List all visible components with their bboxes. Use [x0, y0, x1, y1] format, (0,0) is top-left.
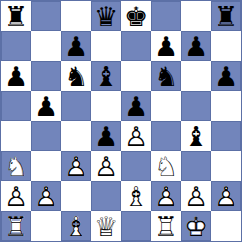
square-g5[interactable] — [181, 91, 211, 121]
square-h7[interactable] — [211, 31, 241, 61]
square-f6[interactable]: ♞ — [151, 61, 181, 91]
square-a2[interactable]: ♟♙ — [1, 181, 31, 211]
black-rook-piece[interactable]: ♜ — [211, 1, 241, 31]
piece-fill: ♛ — [91, 211, 121, 241]
piece-fill: ♟ — [31, 181, 61, 211]
square-f2[interactable]: ♟♙ — [151, 181, 181, 211]
white-pawn-piece[interactable]: ♟♙ — [31, 181, 61, 211]
white-pawn-piece[interactable]: ♟♙ — [91, 151, 121, 181]
white-pawn-piece[interactable]: ♟♙ — [151, 181, 181, 211]
black-pawn-piece[interactable]: ♟ — [91, 121, 121, 151]
piece-glyph: ♚ — [121, 1, 151, 31]
black-king-piece[interactable]: ♚ — [121, 1, 151, 31]
piece-outline: ♙ — [151, 181, 181, 211]
black-knight-piece[interactable]: ♞ — [151, 61, 181, 91]
square-d5[interactable] — [91, 91, 121, 121]
piece-glyph: ♟ — [151, 31, 181, 61]
square-c5[interactable] — [61, 91, 91, 121]
white-knight-piece[interactable]: ♞♘ — [151, 151, 181, 181]
piece-fill: ♟ — [61, 151, 91, 181]
piece-outline: ♙ — [121, 121, 151, 151]
black-pawn-piece[interactable]: ♟ — [31, 91, 61, 121]
square-g4[interactable]: ♝ — [181, 121, 211, 151]
square-c4[interactable] — [61, 121, 91, 151]
piece-fill: ♟ — [151, 181, 181, 211]
square-a1[interactable]: ♜♖ — [1, 211, 31, 241]
white-queen-piece[interactable]: ♛♕ — [91, 211, 121, 241]
piece-glyph: ♝ — [91, 61, 121, 91]
square-h1[interactable] — [211, 211, 241, 241]
piece-outline: ♔ — [181, 211, 211, 241]
piece-fill: ♞ — [151, 151, 181, 181]
piece-glyph: ♜ — [211, 1, 241, 31]
piece-outline: ♗ — [61, 211, 91, 241]
piece-glyph: ♜ — [1, 1, 31, 31]
square-g1[interactable]: ♚♔ — [181, 211, 211, 241]
square-b5[interactable]: ♟ — [31, 91, 61, 121]
white-bishop-piece[interactable]: ♝♗ — [121, 181, 151, 211]
square-a3[interactable]: ♞♘ — [1, 151, 31, 181]
piece-outline: ♘ — [151, 151, 181, 181]
square-d6[interactable]: ♝ — [91, 61, 121, 91]
piece-fill: ♟ — [181, 181, 211, 211]
square-h6[interactable]: ♟ — [211, 61, 241, 91]
white-pawn-piece[interactable]: ♟♙ — [181, 181, 211, 211]
square-e4[interactable]: ♟♙ — [121, 121, 151, 151]
white-king-piece[interactable]: ♚♔ — [181, 211, 211, 241]
piece-outline: ♙ — [61, 151, 91, 181]
piece-glyph: ♟ — [91, 121, 121, 151]
black-pawn-piece[interactable]: ♟ — [151, 31, 181, 61]
piece-outline: ♘ — [1, 151, 31, 181]
white-pawn-piece[interactable]: ♟♙ — [121, 121, 151, 151]
white-rook-piece[interactable]: ♜♖ — [151, 211, 181, 241]
white-knight-piece[interactable]: ♞♘ — [1, 151, 31, 181]
square-c7[interactable]: ♟ — [61, 31, 91, 61]
square-e7[interactable] — [121, 31, 151, 61]
chess-board: ♜♛♚♜♟♟♟♟♞♝♞♟♟♟♟♟♙♝♞♘♟♙♟♙♞♘♟♙♟♙♝♗♟♙♟♙♟♙♜♖… — [0, 0, 242, 242]
square-a8[interactable]: ♜ — [1, 1, 31, 31]
piece-glyph: ♞ — [61, 61, 91, 91]
piece-glyph: ♛ — [91, 1, 121, 31]
square-c6[interactable]: ♞ — [61, 61, 91, 91]
square-h3[interactable] — [211, 151, 241, 181]
square-a5[interactable] — [1, 91, 31, 121]
square-d4[interactable]: ♟ — [91, 121, 121, 151]
square-a6[interactable]: ♟ — [1, 61, 31, 91]
piece-outline: ♖ — [1, 211, 31, 241]
square-f8[interactable] — [151, 1, 181, 31]
black-bishop-piece[interactable]: ♝ — [91, 61, 121, 91]
square-b1[interactable] — [31, 211, 61, 241]
square-f5[interactable] — [151, 91, 181, 121]
black-pawn-piece[interactable]: ♟ — [61, 31, 91, 61]
white-pawn-piece[interactable]: ♟♙ — [1, 181, 31, 211]
square-g6[interactable] — [181, 61, 211, 91]
piece-fill: ♟ — [91, 151, 121, 181]
square-a7[interactable] — [1, 31, 31, 61]
black-pawn-piece[interactable]: ♟ — [1, 61, 31, 91]
square-g8[interactable] — [181, 1, 211, 31]
piece-glyph: ♝ — [181, 121, 211, 151]
square-h2[interactable]: ♟♙ — [211, 181, 241, 211]
square-d7[interactable] — [91, 31, 121, 61]
square-c8[interactable] — [61, 1, 91, 31]
piece-outline: ♙ — [211, 181, 241, 211]
square-f4[interactable] — [151, 121, 181, 151]
square-h8[interactable]: ♜ — [211, 1, 241, 31]
piece-glyph: ♟ — [181, 31, 211, 61]
black-bishop-piece[interactable]: ♝ — [181, 121, 211, 151]
piece-fill: ♜ — [1, 211, 31, 241]
square-b8[interactable] — [31, 1, 61, 31]
piece-outline: ♙ — [31, 181, 61, 211]
piece-fill: ♝ — [121, 181, 151, 211]
square-d8[interactable]: ♛ — [91, 1, 121, 31]
piece-fill: ♜ — [151, 211, 181, 241]
square-f7[interactable]: ♟ — [151, 31, 181, 61]
square-c3[interactable]: ♟♙ — [61, 151, 91, 181]
square-e2[interactable]: ♝♗ — [121, 181, 151, 211]
piece-fill: ♝ — [61, 211, 91, 241]
square-e3[interactable] — [121, 151, 151, 181]
square-b4[interactable] — [31, 121, 61, 151]
piece-fill: ♚ — [181, 211, 211, 241]
square-g2[interactable]: ♟♙ — [181, 181, 211, 211]
square-b7[interactable] — [31, 31, 61, 61]
piece-glyph: ♟ — [31, 91, 61, 121]
square-f3[interactable]: ♞♘ — [151, 151, 181, 181]
white-pawn-piece[interactable]: ♟♙ — [211, 181, 241, 211]
square-a4[interactable] — [1, 121, 31, 151]
square-e6[interactable] — [121, 61, 151, 91]
square-c2[interactable] — [61, 181, 91, 211]
square-c1[interactable]: ♝♗ — [61, 211, 91, 241]
square-d1[interactable]: ♛♕ — [91, 211, 121, 241]
piece-outline: ♙ — [181, 181, 211, 211]
black-pawn-piece[interactable]: ♟ — [181, 31, 211, 61]
piece-glyph: ♟ — [121, 91, 151, 121]
piece-outline: ♙ — [91, 151, 121, 181]
piece-fill: ♞ — [1, 151, 31, 181]
white-bishop-piece[interactable]: ♝♗ — [61, 211, 91, 241]
piece-outline: ♕ — [91, 211, 121, 241]
square-e5[interactable]: ♟ — [121, 91, 151, 121]
piece-outline: ♙ — [1, 181, 31, 211]
piece-glyph: ♟ — [61, 31, 91, 61]
white-rook-piece[interactable]: ♜♖ — [1, 211, 31, 241]
square-d3[interactable]: ♟♙ — [91, 151, 121, 181]
piece-glyph: ♟ — [211, 61, 241, 91]
square-b6[interactable] — [31, 61, 61, 91]
black-queen-piece[interactable]: ♛ — [91, 1, 121, 31]
square-g7[interactable]: ♟ — [181, 31, 211, 61]
piece-fill: ♟ — [121, 121, 151, 151]
piece-outline: ♖ — [151, 211, 181, 241]
white-pawn-piece[interactable]: ♟♙ — [61, 151, 91, 181]
square-e1[interactable] — [121, 211, 151, 241]
black-knight-piece[interactable]: ♞ — [61, 61, 91, 91]
piece-glyph: ♟ — [1, 61, 31, 91]
square-d2[interactable] — [91, 181, 121, 211]
piece-glyph: ♞ — [151, 61, 181, 91]
black-pawn-piece[interactable]: ♟ — [121, 91, 151, 121]
square-e8[interactable]: ♚ — [121, 1, 151, 31]
square-h5[interactable] — [211, 91, 241, 121]
black-pawn-piece[interactable]: ♟ — [211, 61, 241, 91]
piece-fill: ♟ — [211, 181, 241, 211]
square-b3[interactable] — [31, 151, 61, 181]
square-b2[interactable]: ♟♙ — [31, 181, 61, 211]
piece-fill: ♟ — [1, 181, 31, 211]
square-h4[interactable] — [211, 121, 241, 151]
piece-outline: ♗ — [121, 181, 151, 211]
square-g3[interactable] — [181, 151, 211, 181]
black-rook-piece[interactable]: ♜ — [1, 1, 31, 31]
square-f1[interactable]: ♜♖ — [151, 211, 181, 241]
